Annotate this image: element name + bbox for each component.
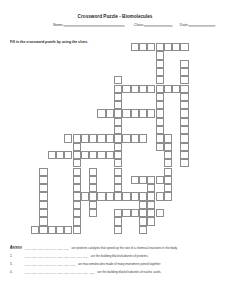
grid-cell[interactable] [147, 43, 155, 51]
grid-cell[interactable] [156, 176, 164, 184]
grid-cell[interactable] [164, 192, 172, 200]
grid-cell[interactable] [89, 201, 97, 209]
grid-cell[interactable] [122, 109, 130, 117]
grid-cell[interactable] [147, 85, 155, 93]
grid-cell[interactable] [147, 109, 155, 117]
grid-cell[interactable] [180, 143, 188, 151]
grid-cell[interactable] [139, 85, 147, 93]
grid-cell[interactable] [73, 159, 81, 167]
grid-cell[interactable] [147, 176, 155, 184]
grid-cell[interactable] [122, 209, 130, 217]
grid-cell[interactable] [89, 134, 97, 142]
grid-cell[interactable] [147, 201, 155, 209]
grid-cell[interactable] [139, 192, 147, 200]
grid-cell[interactable] [73, 209, 81, 217]
grid-cell[interactable] [97, 192, 105, 200]
grid-cell[interactable] [89, 151, 97, 159]
grid-cell[interactable] [39, 217, 47, 225]
clue-text: are macromolecules made of many monomers… [78, 262, 161, 265]
grid-cell[interactable] [180, 126, 188, 134]
grid-cell[interactable] [114, 217, 122, 225]
grid-cell[interactable] [156, 126, 164, 134]
class-label: Class: [134, 22, 144, 26]
grid-cell[interactable] [81, 134, 89, 142]
clue-number: 1. [10, 246, 25, 249]
grid-cell[interactable] [131, 109, 139, 117]
grid-cell[interactable] [156, 209, 164, 217]
grid-cell[interactable] [48, 226, 56, 234]
answer-blanks[interactable]: ___ ___ ___ ___ ___ ___ ___ ___ [25, 262, 76, 265]
clue-item: 1. ___ ___ ___ ___ ___ ___ ___ are prote… [10, 246, 231, 254]
grid-cell[interactable] [114, 151, 122, 159]
answer-blanks[interactable]: ___ ___ ___ ___ ___ ___ ___ [25, 246, 69, 249]
grid-cell[interactable] [139, 176, 147, 184]
grid-cell[interactable] [89, 209, 97, 217]
grid-cell[interactable] [164, 43, 172, 51]
clue-number: 2. [10, 254, 25, 257]
grid-cell[interactable] [172, 43, 180, 51]
grid-cell[interactable] [114, 85, 122, 93]
grid-cell[interactable] [139, 201, 147, 209]
grid-cell[interactable] [73, 184, 81, 192]
grid-cell[interactable] [172, 85, 180, 93]
grid-cell[interactable] [114, 109, 122, 117]
answer-blanks[interactable]: ___ ___ ___ ___ ___ ___ ___ ___ ___ ___ … [25, 270, 95, 273]
clue-item: 4. ___ ___ ___ ___ ___ ___ ___ ___ ___ _… [10, 270, 231, 278]
grid-cell[interactable] [73, 168, 81, 176]
grid-cell[interactable] [164, 143, 172, 151]
grid-cell[interactable] [180, 85, 188, 93]
grid-cell[interactable] [39, 184, 47, 192]
clue-text: are the building blocks/subunits of nucl… [97, 270, 161, 273]
grid-cell[interactable] [180, 118, 188, 126]
grid-cell[interactable] [73, 217, 81, 225]
grid-cell[interactable] [147, 192, 155, 200]
grid-cell[interactable] [156, 43, 164, 51]
grid-cell[interactable] [114, 126, 122, 134]
grid-cell[interactable] [114, 209, 122, 217]
grid-cell[interactable] [164, 159, 172, 167]
grid-cell[interactable] [180, 151, 188, 159]
grid-cell[interactable] [139, 134, 147, 142]
grid-cell[interactable] [114, 159, 122, 167]
grid-cell[interactable] [156, 68, 164, 76]
grid-cell[interactable] [131, 192, 139, 200]
clue-number: 4. [10, 270, 25, 273]
grid-cell[interactable] [114, 143, 122, 151]
grid-cell[interactable] [180, 109, 188, 117]
grid-cell[interactable] [39, 226, 47, 234]
crossword-grid [31, 43, 189, 234]
date-label: Date: [180, 22, 189, 26]
grid-cell[interactable] [114, 76, 122, 84]
grid-cell[interactable] [180, 159, 188, 167]
grid-cell[interactable] [131, 85, 139, 93]
clue-item: 3. ___ ___ ___ ___ ___ ___ ___ ___ are m… [10, 262, 231, 270]
grid-cell[interactable] [97, 151, 105, 159]
grid-cell[interactable] [156, 143, 164, 151]
grid-cell[interactable] [114, 134, 122, 142]
grid-cell[interactable] [164, 134, 172, 142]
answer-blanks[interactable]: ___ ___ ___ ___ ___ ___ ___ ___ ___ ___ [25, 254, 88, 257]
grid-cell[interactable] [56, 151, 64, 159]
grid-cell[interactable] [73, 151, 81, 159]
grid-cell[interactable] [64, 151, 72, 159]
grid-cell[interactable] [73, 134, 81, 142]
grid-cell[interactable] [164, 184, 172, 192]
grid-cell[interactable] [97, 109, 105, 117]
grid-cell[interactable] [106, 151, 114, 159]
grid-cell[interactable] [131, 134, 139, 142]
grid-cell[interactable] [73, 143, 81, 151]
grid-cell[interactable] [31, 226, 39, 234]
grid-cell[interactable] [156, 192, 164, 200]
grid-cell[interactable] [64, 226, 72, 234]
grid-cell[interactable] [139, 226, 147, 234]
grid-cell[interactable] [156, 93, 164, 101]
grid-cell[interactable] [131, 176, 139, 184]
grid-cell[interactable] [122, 134, 130, 142]
grid-cell[interactable] [39, 201, 47, 209]
grid-cell[interactable] [114, 226, 122, 234]
grid-cell[interactable] [106, 109, 114, 117]
grid-cell[interactable] [39, 209, 47, 217]
grid-cell[interactable] [39, 192, 47, 200]
grid-cell[interactable] [114, 93, 122, 101]
clue-text: are proteins catalysts that speed up the… [71, 246, 177, 249]
grid-cell[interactable] [89, 184, 97, 192]
clue-number: 3. [10, 262, 25, 265]
clue-item: 2. ___ ___ ___ ___ ___ ___ ___ ___ ___ _… [10, 254, 231, 262]
grid-cell[interactable] [180, 101, 188, 109]
grid-cell[interactable] [147, 184, 155, 192]
grid-cell[interactable] [156, 76, 164, 84]
grid-cell[interactable] [73, 201, 81, 209]
grid-cell[interactable] [97, 134, 105, 142]
grid-cell[interactable] [39, 176, 47, 184]
grid-cell[interactable] [114, 168, 122, 176]
grid-cell[interactable] [131, 43, 139, 51]
grid-cell[interactable] [114, 101, 122, 109]
name-field[interactable] [64, 22, 125, 26]
header-fields: Name: Class: Date: [53, 22, 231, 34]
grid-cell[interactable] [180, 68, 188, 76]
date-field[interactable] [188, 22, 215, 26]
grid-cell[interactable] [164, 85, 172, 93]
grid-cell[interactable] [81, 192, 89, 200]
grid-cell[interactable] [147, 217, 155, 225]
grid-cell[interactable] [156, 109, 164, 117]
grid-cell[interactable] [139, 217, 147, 225]
grid-cell[interactable] [156, 101, 164, 109]
grid-cell[interactable] [180, 93, 188, 101]
grid-cell[interactable] [131, 209, 139, 217]
grid-cell[interactable] [180, 134, 188, 142]
grid-cell[interactable] [114, 192, 122, 200]
worksheet-page: Crossword Puzzle - Biomolecules Name: Cl… [0, 0, 231, 300]
grid-cell[interactable] [164, 151, 172, 159]
grid-cell[interactable] [156, 85, 164, 93]
grid-cell[interactable] [106, 134, 114, 142]
grid-cell[interactable] [156, 134, 164, 142]
grid-cell[interactable] [73, 226, 81, 234]
grid-cell[interactable] [180, 60, 188, 68]
grid-cell[interactable] [39, 168, 47, 176]
grid-cell[interactable] [139, 109, 147, 117]
grid-cell[interactable] [114, 176, 122, 184]
grid-cell[interactable] [164, 176, 172, 184]
grid-cell[interactable] [180, 76, 188, 84]
grid-cell[interactable] [73, 192, 81, 200]
name-label: Name: [53, 22, 64, 26]
grid-cell[interactable] [73, 176, 81, 184]
grid-cell[interactable] [64, 134, 72, 142]
grid-cell[interactable] [106, 192, 114, 200]
grid-cell[interactable] [156, 51, 164, 59]
grid-cell[interactable] [122, 192, 130, 200]
grid-cell[interactable] [139, 209, 147, 217]
grid-cell[interactable] [56, 226, 64, 234]
grid-cell[interactable] [89, 192, 97, 200]
grid-cell[interactable] [114, 118, 122, 126]
grid-cell[interactable] [156, 118, 164, 126]
grid-cell[interactable] [89, 176, 97, 184]
grid-cell[interactable] [89, 168, 97, 176]
grid-cell[interactable] [122, 85, 130, 93]
grid-cell[interactable] [114, 184, 122, 192]
grid-cell[interactable] [48, 151, 56, 159]
class-field[interactable] [144, 22, 173, 26]
grid-cell[interactable] [139, 43, 147, 51]
grid-cell[interactable] [81, 151, 89, 159]
grid-cell[interactable] [147, 209, 155, 217]
grid-cell[interactable] [180, 43, 188, 51]
grid-cell[interactable] [164, 168, 172, 176]
grid-cell[interactable] [156, 60, 164, 68]
clue-text: are the building blocks/subunits of prot… [91, 254, 149, 257]
